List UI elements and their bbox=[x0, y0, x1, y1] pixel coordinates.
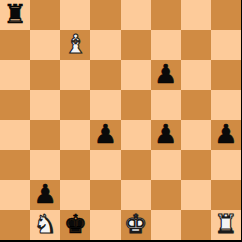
square-g2[interactable] bbox=[181, 180, 211, 210]
square-f5[interactable] bbox=[151, 90, 181, 120]
square-f7[interactable] bbox=[151, 30, 181, 60]
square-a8[interactable]: ♜ bbox=[0, 0, 30, 30]
piece-black-pawn[interactable]: ♟ bbox=[34, 181, 57, 207]
square-a5[interactable] bbox=[0, 90, 30, 120]
square-b5[interactable] bbox=[30, 90, 60, 120]
square-e5[interactable] bbox=[121, 90, 151, 120]
square-a6[interactable] bbox=[0, 60, 30, 90]
square-c5[interactable] bbox=[60, 90, 90, 120]
square-b1[interactable]: ♞ bbox=[30, 210, 60, 240]
square-g3[interactable] bbox=[181, 150, 211, 180]
square-c2[interactable] bbox=[60, 180, 90, 210]
square-g4[interactable] bbox=[181, 120, 211, 150]
square-d1[interactable] bbox=[90, 210, 120, 240]
square-g5[interactable] bbox=[181, 90, 211, 120]
square-f6[interactable]: ♟ bbox=[151, 60, 181, 90]
square-d8[interactable] bbox=[90, 0, 120, 30]
square-c6[interactable] bbox=[60, 60, 90, 90]
chess-board: ♜♝♟♟♟♟♟♞♚♚♜ bbox=[0, 0, 242, 242]
square-e3[interactable] bbox=[121, 150, 151, 180]
square-h3[interactable] bbox=[211, 150, 241, 180]
square-b8[interactable] bbox=[30, 0, 60, 30]
square-e2[interactable] bbox=[121, 180, 151, 210]
piece-black-pawn[interactable]: ♟ bbox=[154, 121, 177, 147]
square-f4[interactable]: ♟ bbox=[151, 120, 181, 150]
square-d7[interactable] bbox=[90, 30, 120, 60]
piece-white-rook[interactable]: ♜ bbox=[214, 211, 237, 237]
square-c1[interactable]: ♚ bbox=[60, 210, 90, 240]
square-h2[interactable] bbox=[211, 180, 241, 210]
square-h4[interactable]: ♟ bbox=[211, 120, 241, 150]
square-c4[interactable] bbox=[60, 120, 90, 150]
square-f8[interactable] bbox=[151, 0, 181, 30]
square-b2[interactable]: ♟ bbox=[30, 180, 60, 210]
square-f1[interactable] bbox=[151, 210, 181, 240]
piece-black-rook[interactable]: ♜ bbox=[3, 1, 26, 27]
square-c7[interactable]: ♝ bbox=[60, 30, 90, 60]
square-g7[interactable] bbox=[181, 30, 211, 60]
square-a3[interactable] bbox=[0, 150, 30, 180]
square-f2[interactable] bbox=[151, 180, 181, 210]
square-h6[interactable] bbox=[211, 60, 241, 90]
square-a4[interactable] bbox=[0, 120, 30, 150]
square-h8[interactable] bbox=[211, 0, 241, 30]
square-d6[interactable] bbox=[90, 60, 120, 90]
piece-black-pawn[interactable]: ♟ bbox=[154, 61, 177, 87]
square-e7[interactable] bbox=[121, 30, 151, 60]
square-f3[interactable] bbox=[151, 150, 181, 180]
square-c3[interactable] bbox=[60, 150, 90, 180]
square-b6[interactable] bbox=[30, 60, 60, 90]
square-d2[interactable] bbox=[90, 180, 120, 210]
square-h5[interactable] bbox=[211, 90, 241, 120]
square-a7[interactable] bbox=[0, 30, 30, 60]
piece-black-pawn[interactable]: ♟ bbox=[94, 121, 117, 147]
square-g8[interactable] bbox=[181, 0, 211, 30]
piece-black-pawn[interactable]: ♟ bbox=[214, 121, 237, 147]
square-a2[interactable] bbox=[0, 180, 30, 210]
piece-white-bishop[interactable]: ♝ bbox=[64, 31, 87, 57]
square-d5[interactable] bbox=[90, 90, 120, 120]
square-e4[interactable] bbox=[121, 120, 151, 150]
square-d3[interactable] bbox=[90, 150, 120, 180]
square-b7[interactable] bbox=[30, 30, 60, 60]
square-b4[interactable] bbox=[30, 120, 60, 150]
square-h7[interactable] bbox=[211, 30, 241, 60]
square-h1[interactable]: ♜ bbox=[211, 210, 241, 240]
square-g6[interactable] bbox=[181, 60, 211, 90]
square-c8[interactable] bbox=[60, 0, 90, 30]
piece-white-knight[interactable]: ♞ bbox=[34, 211, 57, 237]
square-a1[interactable] bbox=[0, 210, 30, 240]
piece-black-king[interactable]: ♚ bbox=[64, 211, 87, 237]
piece-white-king[interactable]: ♚ bbox=[124, 211, 147, 237]
square-b3[interactable] bbox=[30, 150, 60, 180]
square-e1[interactable]: ♚ bbox=[121, 210, 151, 240]
square-e6[interactable] bbox=[121, 60, 151, 90]
square-d4[interactable]: ♟ bbox=[90, 120, 120, 150]
square-g1[interactable] bbox=[181, 210, 211, 240]
square-e8[interactable] bbox=[121, 0, 151, 30]
